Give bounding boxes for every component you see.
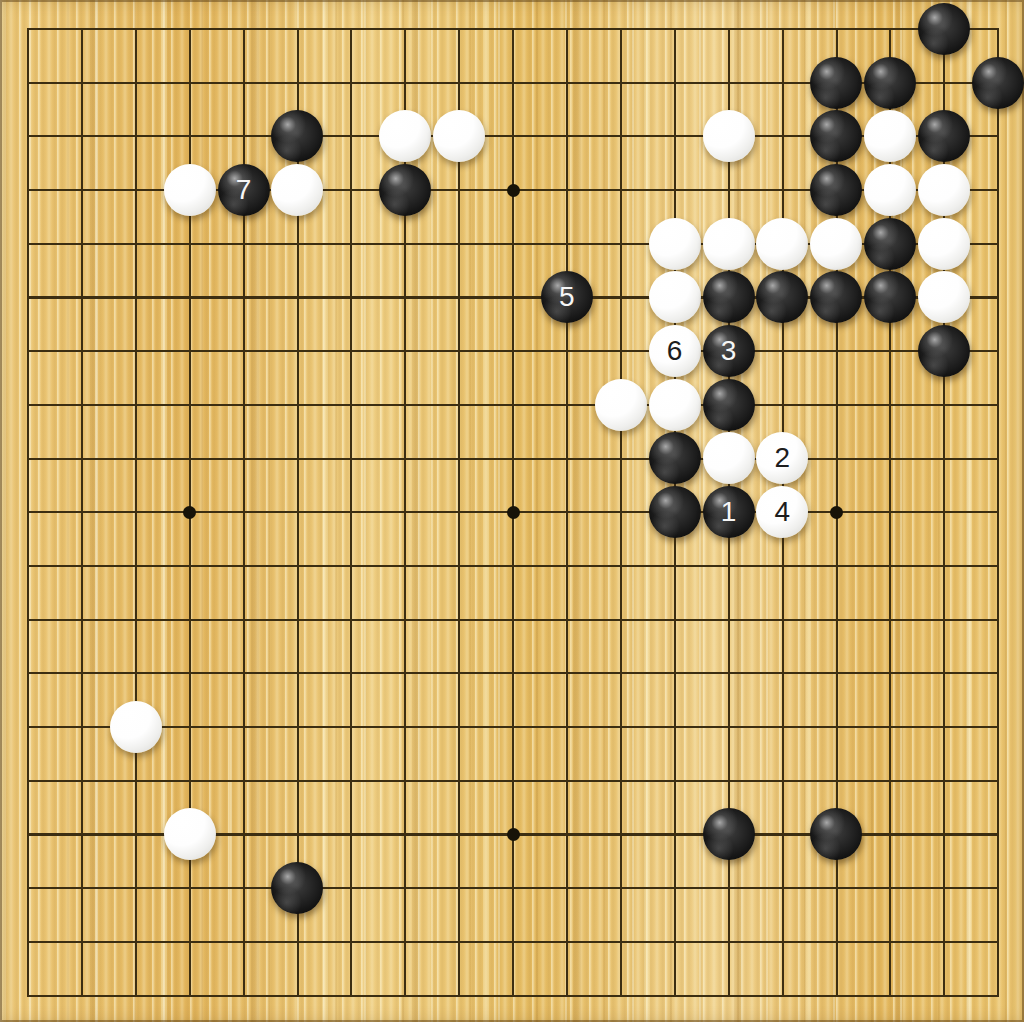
stone-white: [918, 271, 970, 323]
stone-white: [756, 218, 808, 270]
stone-black: [271, 110, 323, 162]
stone-white: [110, 701, 162, 753]
stone-white: [164, 164, 216, 216]
stone-black: [379, 164, 431, 216]
stone-black: [703, 271, 755, 323]
stone-black: [703, 808, 755, 860]
stone-black: [810, 808, 862, 860]
stone-black: [972, 57, 1024, 109]
stone-white-move-2: 2: [756, 432, 808, 484]
stone-black: [918, 3, 970, 55]
stone-white: [918, 164, 970, 216]
stone-white: [649, 379, 701, 431]
stone-white: [703, 110, 755, 162]
go-board[interactable]: 7563214: [0, 0, 1024, 1022]
stone-black-move-1: 1: [703, 486, 755, 538]
stone-white: [703, 432, 755, 484]
stone-black: [864, 218, 916, 270]
stone-black: [918, 325, 970, 377]
stone-white: [433, 110, 485, 162]
stone-white: [164, 808, 216, 860]
stone-white: [649, 218, 701, 270]
stone-white: [649, 271, 701, 323]
stone-black: [810, 57, 862, 109]
stone-white: [379, 110, 431, 162]
stone-white: [703, 218, 755, 270]
stone-black: [649, 486, 701, 538]
stone-black: [918, 110, 970, 162]
stone-black: [810, 164, 862, 216]
stone-white: [271, 164, 323, 216]
stone-black-move-5: 5: [541, 271, 593, 323]
stone-white-move-6: 6: [649, 325, 701, 377]
stone-white: [810, 218, 862, 270]
stone-white: [918, 218, 970, 270]
stone-black-move-3: 3: [703, 325, 755, 377]
stone-black: [703, 379, 755, 431]
stone-white: [595, 379, 647, 431]
stone-black: [864, 271, 916, 323]
stone-black: [810, 110, 862, 162]
stone-black: [271, 862, 323, 914]
stone-white-move-4: 4: [756, 486, 808, 538]
stone-white: [864, 110, 916, 162]
go-board-grid: 7563214: [1, 2, 1024, 1022]
stone-black: [864, 57, 916, 109]
stone-black: [649, 432, 701, 484]
stone-black-move-7: 7: [218, 164, 270, 216]
stone-white: [864, 164, 916, 216]
stone-black: [756, 271, 808, 323]
stone-black: [810, 271, 862, 323]
